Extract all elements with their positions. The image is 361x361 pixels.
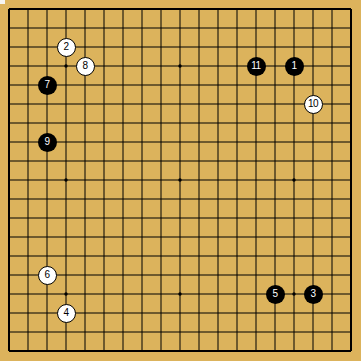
go-board: 1234567891011: [0, 0, 361, 361]
stone-number: 7: [44, 80, 49, 90]
stone-black-R4: 3: [304, 285, 323, 304]
stone-number: 1: [291, 61, 296, 71]
stone-number: 9: [44, 137, 49, 147]
stone-number: 4: [63, 308, 68, 318]
stone-black-C15: 7: [38, 76, 57, 95]
stone-number: 6: [44, 270, 49, 280]
stone-number: 8: [82, 61, 87, 71]
stone-white-R14: 10: [304, 95, 323, 114]
stone-black-O16: 11: [247, 57, 266, 76]
stone-number: 11: [251, 61, 260, 71]
stone-number: 3: [310, 289, 315, 299]
stone-number: 10: [308, 99, 318, 109]
stone-number: 5: [272, 289, 277, 299]
stone-white-D17: 2: [57, 38, 76, 57]
stone-layer: 1234567891011: [0, 0, 361, 361]
stone-white-D3: 4: [57, 304, 76, 323]
stone-number: 2: [63, 42, 68, 52]
stone-black-C12: 9: [38, 133, 57, 152]
stone-black-P4: 5: [266, 285, 285, 304]
stone-white-C5: 6: [38, 266, 57, 285]
stone-white-E16: 8: [76, 57, 95, 76]
corner-artifact: [0, 0, 5, 4]
stone-black-Q16: 1: [285, 57, 304, 76]
